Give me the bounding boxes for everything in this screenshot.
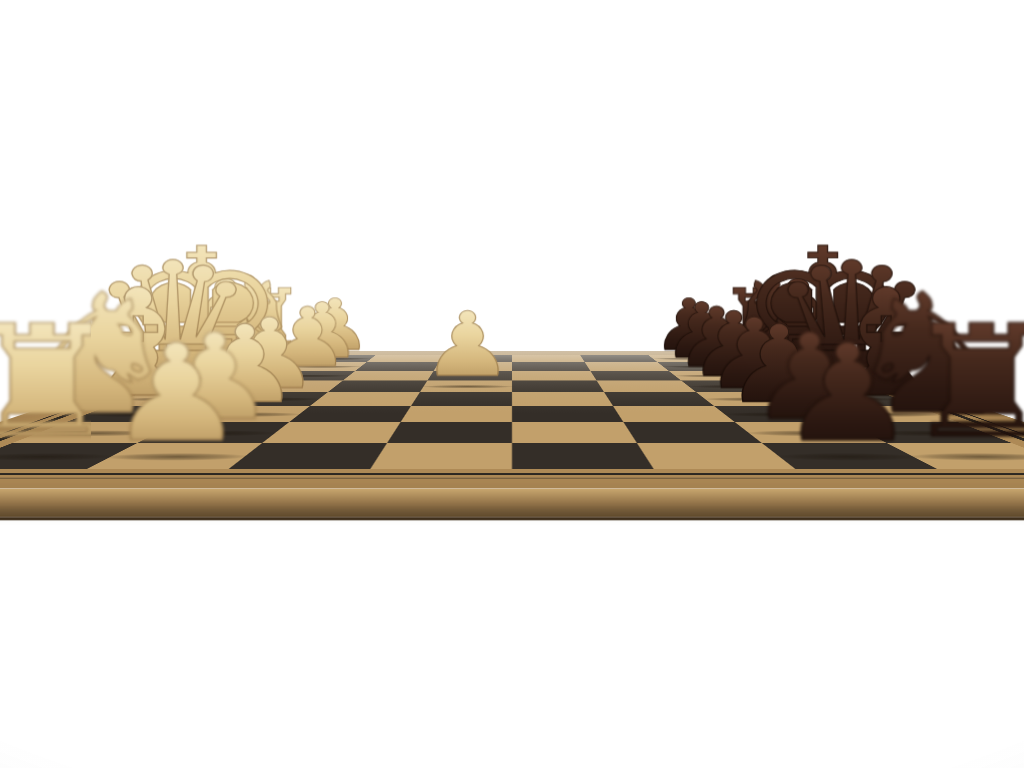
- square-e5: [512, 380, 604, 392]
- square-h3: [366, 355, 444, 362]
- square-a5: [512, 443, 654, 469]
- square-e4: [420, 380, 512, 392]
- perspective-stage: ♜♟♟♜♞♟♟♞♝♟♟♝♚♟♟♚♛♟♟♛♝♟♟♝♞♟♟♞♜♟♟♜: [0, 0, 1024, 768]
- square-b4: [387, 422, 512, 443]
- square-f4: [427, 371, 512, 381]
- black-rook-a8: ♜: [881, 303, 1024, 458]
- square-g3: [355, 362, 439, 370]
- square-d5: [512, 392, 613, 406]
- square-g4: [434, 362, 512, 370]
- chess-photo-scene: ♜♟♟♜♞♟♟♞♝♟♟♝♚♟♟♚♛♟♟♛♝♟♟♝♞♟♟♞♜♟♟♜: [0, 0, 1024, 768]
- square-c5: [512, 406, 624, 423]
- board-contact-shadow: [0, 509, 1024, 522]
- square-b5: [512, 422, 637, 443]
- square-h5: [512, 355, 585, 362]
- square-a4: [370, 443, 512, 469]
- square-f3: [343, 371, 434, 381]
- square-f5: [512, 371, 597, 381]
- chess-board: ♜♟♟♜♞♟♟♞♝♟♟♝♚♟♟♚♛♟♟♛♝♟♟♝♞♟♟♞♜♟♟♜: [0, 351, 1024, 489]
- piece-glyph: ♜: [902, 310, 1024, 457]
- piece-glyph: ♟: [107, 330, 245, 457]
- white-pawn-a2: ♟: [76, 323, 277, 457]
- square-g5: [512, 362, 590, 370]
- square-d4: [411, 392, 512, 406]
- square-h4: [439, 355, 512, 362]
- square-c4: [400, 406, 512, 423]
- square-e3: [328, 380, 427, 392]
